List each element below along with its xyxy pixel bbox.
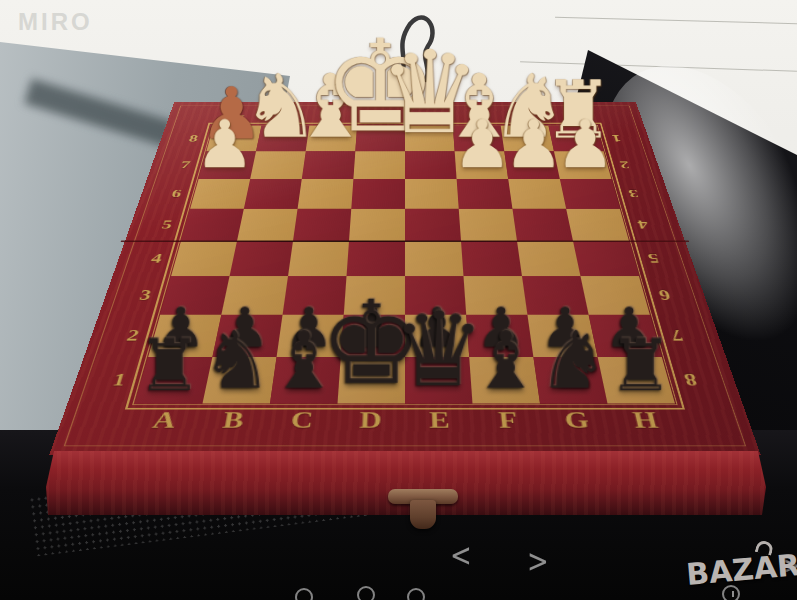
- inner-pinstripe-inner: [132, 125, 678, 405]
- square-h5: [566, 209, 629, 241]
- square-b6: [244, 179, 302, 209]
- dark-pawn-a2: ♟: [156, 300, 205, 355]
- square-e6: [405, 179, 459, 209]
- square-d2: ♟: [341, 315, 405, 357]
- square-b7: [250, 151, 306, 179]
- square-c4: [288, 241, 349, 276]
- dark-pawn-c2: ♟: [284, 300, 333, 355]
- rank-label-left-5: 5: [143, 209, 190, 241]
- file-label-top-h: H: [214, 110, 265, 126]
- dark-king-d1: ♚: [320, 285, 423, 400]
- square-e3: [405, 276, 466, 314]
- square-h3: [580, 276, 649, 314]
- light-bishop-c8: ♝: [291, 62, 370, 150]
- square-c5: [293, 209, 351, 241]
- dark-bishop-f1: ♝: [470, 322, 541, 401]
- clasp-tongue: [410, 500, 436, 529]
- square-c2: ♟: [277, 315, 344, 357]
- light-pawn-f7: ♟: [453, 111, 512, 177]
- square-d3: [344, 276, 405, 314]
- square-c7: [302, 151, 356, 179]
- square-e5: [405, 209, 461, 241]
- ring-icon: [295, 588, 313, 600]
- square-f5: [459, 209, 517, 241]
- file-label-top-e: E: [357, 110, 405, 126]
- chevron-left-icon: <: [450, 536, 472, 574]
- file-label-top-b: B: [498, 110, 548, 126]
- ring-icon: [357, 586, 375, 600]
- rank-label-right-4: 4: [620, 209, 667, 241]
- square-g3: [522, 276, 589, 314]
- square-d7: [353, 151, 405, 179]
- file-label-top-f: F: [309, 110, 358, 126]
- wood-grain: [46, 451, 766, 515]
- file-label-bottom-a: A: [125, 403, 202, 437]
- rank-label-right-3: 3: [611, 179, 656, 209]
- square-b5: [237, 209, 298, 241]
- black-table-front: [0, 430, 797, 600]
- board-grid: HGFEDCBAABCDEFGH8765432112345678♟♞♝♚♛♝♞♜…: [78, 110, 732, 438]
- square-a3: [160, 276, 229, 314]
- rank-label-right-5: 5: [629, 241, 679, 276]
- square-e8: ♛: [405, 126, 455, 152]
- file-label-bottom-c: C: [265, 403, 337, 437]
- square-f1: ♝: [469, 357, 540, 404]
- file-label-top-d: D: [405, 110, 453, 126]
- light-bishop-f8: ♝: [440, 62, 519, 150]
- square-g6: [508, 179, 566, 209]
- file-label-top-c: C: [452, 110, 501, 126]
- dark-pawn-h2: ♟: [605, 300, 654, 355]
- square-g5: [512, 209, 573, 241]
- square-a5: [181, 209, 244, 241]
- light-knight-b8: ♞: [242, 62, 321, 150]
- photo-scene: MIRO HGFEDCBAABCDEFGH8765432112345678♟♞♝…: [0, 0, 797, 600]
- square-g7: ♟: [504, 151, 560, 179]
- square-h6: [560, 179, 620, 209]
- dark-pawn-d2: ♟: [348, 300, 397, 355]
- square-f4: [461, 241, 522, 276]
- square-a6: [190, 179, 250, 209]
- fold-seam: [121, 240, 690, 242]
- square-c6: [298, 179, 354, 209]
- black-table-right: [560, 45, 797, 600]
- chess-board: HGFEDCBAABCDEFGH8765432112345678♟♞♝♚♛♝♞♜…: [49, 102, 761, 455]
- chevron-right-icon: >: [778, 546, 797, 584]
- clock-hand: [732, 591, 734, 597]
- dark-queen-e1: ♛: [392, 297, 485, 400]
- rank-label-right-6: 6: [639, 276, 691, 314]
- file-label-top-a: A: [545, 110, 596, 126]
- square-a2: ♟: [148, 315, 221, 357]
- square-b2: ♟: [212, 315, 282, 357]
- ring-icon: [407, 588, 425, 600]
- file-label-bottom-h: H: [608, 403, 685, 437]
- dark-knight-g1: ♞: [538, 322, 609, 401]
- square-d6: [351, 179, 405, 209]
- light-pawn-h7: ♟: [556, 111, 615, 177]
- file-label-bottom-f: F: [473, 403, 545, 437]
- rank-label-left-2: 2: [105, 315, 161, 357]
- wall-seam-line: [555, 17, 797, 24]
- square-g4: [517, 241, 580, 276]
- square-f3: [463, 276, 527, 314]
- dark-rook-h1: ♜: [608, 329, 673, 401]
- light-rook-h8: ♜: [543, 70, 614, 150]
- light-pawn-a7: ♟: [195, 111, 254, 177]
- square-h4: [573, 241, 639, 276]
- dark-pawn-f2: ♟: [476, 300, 525, 355]
- dark-knight-b1: ♞: [201, 322, 272, 401]
- light-knight-g8: ♞: [490, 62, 569, 150]
- rank-label-left-7: 7: [164, 151, 207, 179]
- square-c3: [283, 276, 347, 314]
- file-label-bottom-d: D: [335, 403, 405, 437]
- dark-rook-a1: ♜: [137, 329, 202, 401]
- rank-label-left-8: 8: [173, 126, 214, 152]
- dark-pawn-g2: ♟: [540, 300, 589, 355]
- light-queen-e8: ♛: [379, 36, 481, 150]
- square-h8: ♜: [549, 126, 604, 152]
- bazar-watermark: BAZAR: [685, 547, 797, 592]
- bazar-bag-handle-icon: [755, 539, 775, 556]
- square-e2: ♟: [405, 315, 469, 357]
- square-e4: [405, 241, 463, 276]
- rank-label-right-1: 1: [596, 126, 637, 152]
- chevron-right-icon: >: [527, 542, 549, 580]
- square-f6: [457, 179, 513, 209]
- square-d1: ♚: [337, 357, 405, 404]
- square-f7: ♟: [455, 151, 509, 179]
- outer-pinstripe: [64, 106, 747, 447]
- miro-watermark: MIRO: [18, 8, 93, 36]
- square-f8: ♝: [453, 126, 504, 152]
- square-d4: [347, 241, 405, 276]
- rank-label-left-1: 1: [89, 357, 148, 404]
- shadow-streak: [24, 79, 338, 197]
- board-sheen: [49, 102, 761, 455]
- box-front-face: [46, 451, 766, 515]
- black-cord: [386, 12, 448, 90]
- wood-grain: [49, 102, 761, 455]
- square-b4: [230, 241, 293, 276]
- square-d5: [349, 209, 405, 241]
- square-b8: ♞: [256, 126, 309, 152]
- wall-seam-line: [520, 61, 797, 72]
- square-c8: ♝: [306, 126, 357, 152]
- table-texture: [28, 440, 502, 557]
- square-a7: ♟: [199, 151, 256, 179]
- dark-pawn-b2: ♟: [220, 300, 269, 355]
- square-a8: ♟: [206, 126, 261, 152]
- rank-label-right-8: 8: [662, 357, 721, 404]
- file-label-bottom-g: G: [540, 403, 615, 437]
- square-d8: ♚: [355, 126, 405, 152]
- file-label-bottom-e: E: [405, 403, 475, 437]
- clasp-bar: [388, 489, 458, 504]
- square-h2: ♟: [589, 315, 662, 357]
- square-e7: [405, 151, 457, 179]
- square-f2: ♟: [466, 315, 533, 357]
- dark-pawn-e2: ♟: [412, 300, 461, 355]
- square-b3: [221, 276, 288, 314]
- square-c1: ♝: [270, 357, 341, 404]
- square-a1: ♜: [135, 357, 212, 404]
- rank-label-left-6: 6: [154, 179, 199, 209]
- table-reflection: [558, 29, 797, 381]
- clock-icon: [722, 585, 740, 600]
- square-h1: ♜: [598, 357, 675, 404]
- square-h7: ♟: [554, 151, 611, 179]
- square-g1: ♞: [533, 357, 607, 404]
- rank-label-right-7: 7: [650, 315, 706, 357]
- square-a4: [171, 241, 237, 276]
- light-pawn-g7: ♟: [504, 111, 563, 177]
- board-wrap: HGFEDCBAABCDEFGH8765432112345678♟♞♝♚♛♝♞♜…: [55, 11, 755, 471]
- rank-label-left-3: 3: [119, 276, 171, 314]
- gray-windowsill-surface: [0, 0, 340, 470]
- square-g2: ♟: [527, 315, 597, 357]
- inner-pinstripe-outer: [125, 123, 685, 410]
- square-b1: ♞: [202, 357, 276, 404]
- rank-label-left-4: 4: [131, 241, 181, 276]
- square-g8: ♞: [501, 126, 554, 152]
- square-e1: ♛: [405, 357, 473, 404]
- file-label-top-g: G: [261, 110, 311, 126]
- rank-label-right-2: 2: [604, 151, 647, 179]
- light-king-d8: ♚: [323, 23, 437, 150]
- red-rook-a8: ♟: [199, 78, 263, 150]
- file-label-bottom-b: B: [195, 403, 270, 437]
- dark-bishop-c1: ♝: [268, 322, 339, 401]
